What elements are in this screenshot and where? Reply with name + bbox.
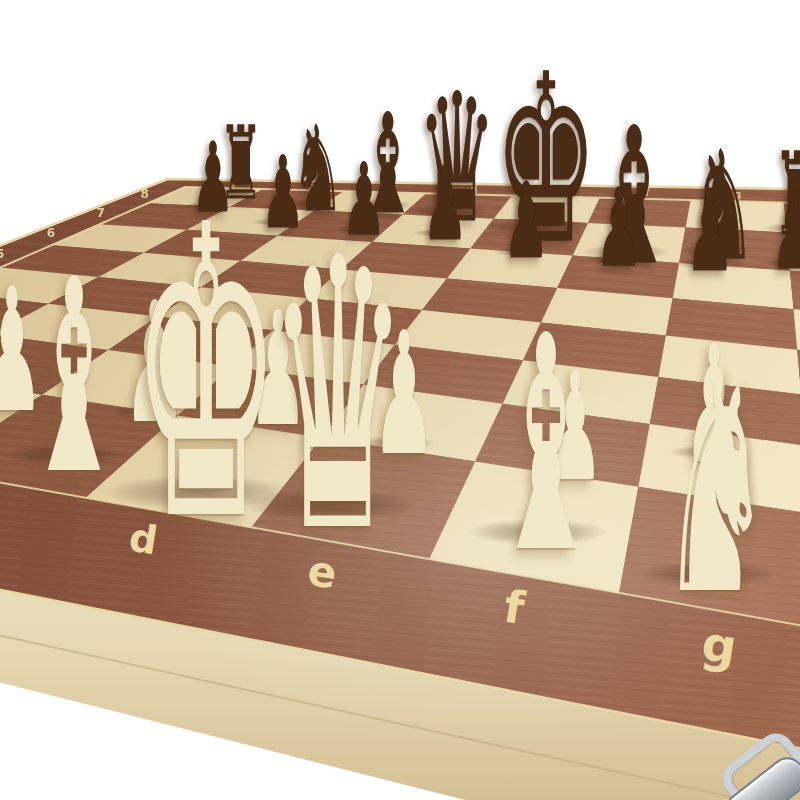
piece-white-knight-g1[interactable]: ♞ <box>660 337 773 637</box>
piece-black-pawn-e7[interactable]: ♟ <box>502 169 549 274</box>
piece-white-bishop-c1[interactable]: ♝ <box>24 244 125 511</box>
piece-black-pawn-d7[interactable]: ♟ <box>422 152 468 255</box>
piece-white-queen-e1[interactable]: ♛ <box>268 210 409 584</box>
piece-black-pawn-h7[interactable]: ♟ <box>770 180 800 285</box>
piece-black-pawn-f7[interactable]: ♟ <box>595 174 643 282</box>
rank-label-7: 7 <box>96 206 104 220</box>
piece-black-pawn-g7[interactable]: ♟ <box>685 176 735 287</box>
chess-set-photo: abcdefghabcdefgh12345678 ♜♞♝♟♛♟♚♜♟♟♞♟♝♟♟… <box>0 0 800 800</box>
piece-white-bishop-f1[interactable]: ♝ <box>490 297 602 594</box>
piece-white-king-d1[interactable]: ♚ <box>130 174 281 576</box>
